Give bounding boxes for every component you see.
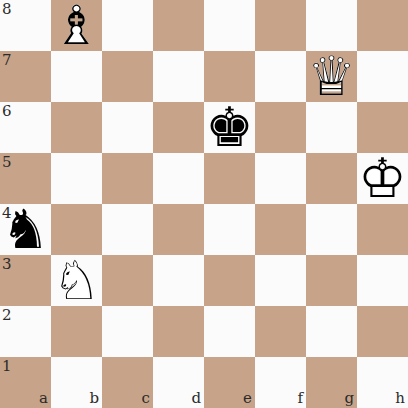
square-a1[interactable]: 1a [0, 357, 51, 408]
file-label-f: f [297, 391, 303, 406]
square-c5[interactable] [102, 153, 153, 204]
square-a6[interactable]: 6 [0, 102, 51, 153]
square-b1[interactable]: b [51, 357, 102, 408]
square-h3[interactable] [357, 255, 408, 306]
file-label-b: b [89, 391, 99, 406]
square-h5[interactable]: ♚♔ [357, 153, 408, 204]
chess-board: 8♝♗7♛♕6♚5♚♔4♞3♞♘21abcdefgh [0, 0, 408, 408]
piece-outline-layer: ♗ [51, 0, 102, 51]
square-f8[interactable] [255, 0, 306, 51]
square-a3[interactable]: 3 [0, 255, 51, 306]
square-a5[interactable]: 5 [0, 153, 51, 204]
square-g3[interactable] [306, 255, 357, 306]
square-f4[interactable] [255, 204, 306, 255]
square-g7[interactable]: ♛♕ [306, 51, 357, 102]
square-f1[interactable]: f [255, 357, 306, 408]
square-f2[interactable] [255, 306, 306, 357]
square-a8[interactable]: 8 [0, 0, 51, 51]
file-label-g: g [344, 391, 354, 406]
square-h1[interactable]: h [357, 357, 408, 408]
square-g6[interactable] [306, 102, 357, 153]
square-d3[interactable] [153, 255, 204, 306]
white-bishop-b8[interactable]: ♝♗ [51, 0, 102, 51]
white-king-h5[interactable]: ♚♔ [357, 153, 408, 204]
square-f7[interactable] [255, 51, 306, 102]
rank-label-6: 6 [2, 104, 12, 119]
square-b4[interactable] [51, 204, 102, 255]
square-d7[interactable] [153, 51, 204, 102]
rank-label-8: 8 [2, 2, 12, 17]
square-b2[interactable] [51, 306, 102, 357]
square-e2[interactable] [204, 306, 255, 357]
square-e1[interactable]: e [204, 357, 255, 408]
rank-label-2: 2 [2, 308, 12, 323]
square-d2[interactable] [153, 306, 204, 357]
square-c2[interactable] [102, 306, 153, 357]
square-c1[interactable]: c [102, 357, 153, 408]
square-e3[interactable] [204, 255, 255, 306]
square-e8[interactable] [204, 0, 255, 51]
square-f3[interactable] [255, 255, 306, 306]
square-h8[interactable] [357, 0, 408, 51]
square-h6[interactable] [357, 102, 408, 153]
rank-label-3: 3 [2, 257, 12, 272]
square-e4[interactable] [204, 204, 255, 255]
square-d5[interactable] [153, 153, 204, 204]
white-queen-g7[interactable]: ♛♕ [306, 51, 357, 102]
square-e5[interactable] [204, 153, 255, 204]
square-f6[interactable] [255, 102, 306, 153]
piece-solid-layer: ♚ [204, 102, 255, 153]
square-h4[interactable] [357, 204, 408, 255]
file-label-d: d [191, 391, 201, 406]
square-d6[interactable] [153, 102, 204, 153]
square-c3[interactable] [102, 255, 153, 306]
square-c7[interactable] [102, 51, 153, 102]
square-h2[interactable] [357, 306, 408, 357]
file-label-h: h [395, 391, 405, 406]
square-a7[interactable]: 7 [0, 51, 51, 102]
black-king-e6[interactable]: ♚ [204, 102, 255, 153]
square-b6[interactable] [51, 102, 102, 153]
square-a2[interactable]: 2 [0, 306, 51, 357]
square-d4[interactable] [153, 204, 204, 255]
square-b5[interactable] [51, 153, 102, 204]
rank-label-1: 1 [2, 359, 12, 374]
square-f5[interactable] [255, 153, 306, 204]
square-g5[interactable] [306, 153, 357, 204]
piece-outline-layer: ♕ [306, 51, 357, 102]
file-label-c: c [142, 391, 150, 406]
square-d8[interactable] [153, 0, 204, 51]
square-g4[interactable] [306, 204, 357, 255]
square-d1[interactable]: d [153, 357, 204, 408]
square-b3[interactable]: ♞♘ [51, 255, 102, 306]
piece-outline-layer: ♘ [51, 255, 102, 306]
rank-label-4: 4 [2, 206, 12, 221]
square-g1[interactable]: g [306, 357, 357, 408]
square-g2[interactable] [306, 306, 357, 357]
square-c8[interactable] [102, 0, 153, 51]
rank-label-7: 7 [2, 53, 12, 68]
square-c6[interactable] [102, 102, 153, 153]
piece-outline-layer: ♔ [357, 153, 408, 204]
square-b8[interactable]: ♝♗ [51, 0, 102, 51]
square-a4[interactable]: 4♞ [0, 204, 51, 255]
square-g8[interactable] [306, 0, 357, 51]
file-label-e: e [243, 391, 252, 406]
square-e6[interactable]: ♚ [204, 102, 255, 153]
square-e7[interactable] [204, 51, 255, 102]
file-label-a: a [39, 391, 48, 406]
square-h7[interactable] [357, 51, 408, 102]
white-knight-b3[interactable]: ♞♘ [51, 255, 102, 306]
rank-label-5: 5 [2, 155, 12, 170]
square-c4[interactable] [102, 204, 153, 255]
square-b7[interactable] [51, 51, 102, 102]
